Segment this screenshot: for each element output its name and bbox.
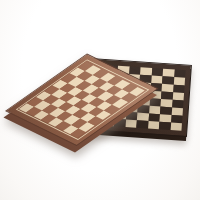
square	[125, 119, 137, 127]
product-photo-two-chessboards	[0, 0, 200, 200]
square	[148, 121, 160, 129]
square	[159, 122, 171, 130]
square	[136, 120, 148, 128]
square	[170, 123, 182, 131]
